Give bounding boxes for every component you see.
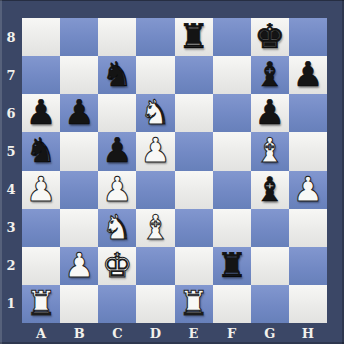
square-e8[interactable]: ♜: [175, 18, 213, 56]
white-rook[interactable]: ♜: [178, 286, 208, 320]
square-d7[interactable]: [136, 56, 174, 94]
black-pawn[interactable]: ♟: [64, 95, 94, 129]
square-b6[interactable]: ♟: [60, 94, 98, 132]
file-label-c: C: [98, 323, 136, 344]
square-g4[interactable]: ♝: [251, 171, 289, 209]
square-a5[interactable]: ♞: [22, 132, 60, 170]
square-f8[interactable]: [213, 18, 251, 56]
square-b3[interactable]: [60, 209, 98, 247]
rank-label-3: 3: [0, 209, 22, 247]
square-c5[interactable]: ♟: [98, 132, 136, 170]
white-pawn[interactable]: ♟: [64, 248, 94, 282]
square-b1[interactable]: [60, 285, 98, 323]
square-d5[interactable]: ♟: [136, 132, 174, 170]
rank-label-4: 4: [0, 171, 22, 209]
square-f2[interactable]: ♜: [213, 247, 251, 285]
square-c8[interactable]: [98, 18, 136, 56]
square-a4[interactable]: ♟: [22, 171, 60, 209]
rank-label-8: 8: [0, 18, 22, 56]
square-c6[interactable]: [98, 94, 136, 132]
black-rook[interactable]: ♜: [178, 19, 208, 53]
rank-label-2: 2: [0, 247, 22, 285]
square-d6[interactable]: ♞: [136, 94, 174, 132]
square-b2[interactable]: ♟: [60, 247, 98, 285]
square-f4[interactable]: [213, 171, 251, 209]
square-g1[interactable]: [251, 285, 289, 323]
black-knight[interactable]: ♞: [26, 133, 56, 167]
file-label-b: B: [60, 323, 98, 344]
black-bishop[interactable]: ♝: [255, 172, 285, 206]
square-c2[interactable]: ♚: [98, 247, 136, 285]
square-g8[interactable]: ♚: [251, 18, 289, 56]
square-a2[interactable]: [22, 247, 60, 285]
square-d2[interactable]: [136, 247, 174, 285]
square-f7[interactable]: [213, 56, 251, 94]
black-rook[interactable]: ♜: [216, 248, 246, 282]
black-pawn[interactable]: ♟: [255, 95, 285, 129]
white-king[interactable]: ♚: [102, 248, 132, 282]
square-c1[interactable]: [98, 285, 136, 323]
square-c4[interactable]: ♟: [98, 171, 136, 209]
black-pawn[interactable]: ♟: [102, 133, 132, 167]
file-label-d: D: [136, 323, 174, 344]
square-f5[interactable]: [213, 132, 251, 170]
rank-label-5: 5: [0, 132, 22, 170]
square-g5[interactable]: ♝: [251, 132, 289, 170]
square-h5[interactable]: [289, 132, 327, 170]
square-e2[interactable]: [175, 247, 213, 285]
white-knight[interactable]: ♞: [140, 95, 170, 129]
square-e4[interactable]: [175, 171, 213, 209]
square-b4[interactable]: [60, 171, 98, 209]
square-e1[interactable]: ♜: [175, 285, 213, 323]
square-d3[interactable]: ♝: [136, 209, 174, 247]
file-label-e: E: [175, 323, 213, 344]
square-f1[interactable]: [213, 285, 251, 323]
square-a6[interactable]: ♟: [22, 94, 60, 132]
square-f6[interactable]: [213, 94, 251, 132]
white-pawn[interactable]: ♟: [102, 172, 132, 206]
white-pawn[interactable]: ♟: [26, 172, 56, 206]
black-pawn[interactable]: ♟: [26, 95, 56, 129]
file-label-a: A: [22, 323, 60, 344]
square-h2[interactable]: [289, 247, 327, 285]
white-pawn[interactable]: ♟: [140, 133, 170, 167]
square-h4[interactable]: ♟: [289, 171, 327, 209]
rank-label-6: 6: [0, 94, 22, 132]
square-e3[interactable]: [175, 209, 213, 247]
square-d4[interactable]: [136, 171, 174, 209]
square-h8[interactable]: [289, 18, 327, 56]
rank-label-7: 7: [0, 56, 22, 94]
square-b7[interactable]: [60, 56, 98, 94]
file-label-h: H: [289, 323, 327, 344]
square-g2[interactable]: [251, 247, 289, 285]
square-h7[interactable]: ♟: [289, 56, 327, 94]
square-g3[interactable]: [251, 209, 289, 247]
square-f3[interactable]: [213, 209, 251, 247]
square-h1[interactable]: [289, 285, 327, 323]
file-label-f: F: [213, 323, 251, 344]
square-c3[interactable]: ♞: [98, 209, 136, 247]
white-rook[interactable]: ♜: [26, 286, 56, 320]
square-e7[interactable]: [175, 56, 213, 94]
square-b8[interactable]: [60, 18, 98, 56]
chess-diagram: 87654321 ♜♚♞♝♟♟♟♞♟♞♟♟♝♟♟♝♟♞♝♟♚♜♜♜ ABCDEF…: [0, 0, 344, 344]
square-e6[interactable]: [175, 94, 213, 132]
white-bishop[interactable]: ♝: [255, 133, 285, 167]
file-label-g: G: [251, 323, 289, 344]
square-g6[interactable]: ♟: [251, 94, 289, 132]
board: ♜♚♞♝♟♟♟♞♟♞♟♟♝♟♟♝♟♞♝♟♚♜♜♜: [22, 18, 327, 323]
square-d8[interactable]: [136, 18, 174, 56]
rank-label-1: 1: [0, 285, 22, 323]
white-bishop[interactable]: ♝: [140, 210, 170, 244]
square-a7[interactable]: [22, 56, 60, 94]
file-labels: ABCDEFGH: [22, 323, 327, 344]
square-e5[interactable]: [175, 132, 213, 170]
square-g7[interactable]: ♝: [251, 56, 289, 94]
square-h3[interactable]: [289, 209, 327, 247]
square-d1[interactable]: [136, 285, 174, 323]
square-a8[interactable]: [22, 18, 60, 56]
square-a1[interactable]: ♜: [22, 285, 60, 323]
square-c7[interactable]: ♞: [98, 56, 136, 94]
black-bishop[interactable]: ♝: [255, 57, 285, 91]
rank-labels: 87654321: [0, 18, 22, 323]
white-pawn[interactable]: ♟: [293, 172, 323, 206]
square-a3[interactable]: [22, 209, 60, 247]
black-knight[interactable]: ♞: [102, 57, 132, 91]
square-h6[interactable]: [289, 94, 327, 132]
black-king[interactable]: ♚: [255, 19, 285, 53]
square-b5[interactable]: [60, 132, 98, 170]
black-pawn[interactable]: ♟: [293, 57, 323, 91]
white-knight[interactable]: ♞: [102, 210, 132, 244]
